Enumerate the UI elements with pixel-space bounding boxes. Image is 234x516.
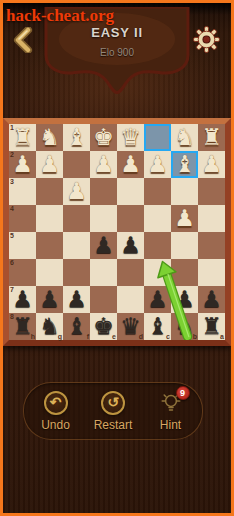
square-d6[interactable]	[117, 259, 144, 286]
hint-button[interactable]: 9 Hint	[145, 391, 197, 432]
chevron-left-icon	[12, 27, 34, 53]
black-pawn-piece: ♟	[117, 232, 144, 259]
control-bar: ↶ Undo ↺ Restart	[23, 382, 203, 440]
square-f1[interactable]: ♝	[63, 124, 90, 151]
white-king-piece: ♚	[90, 124, 117, 151]
file-label-e: e	[112, 333, 116, 340]
app-screen: hack-cheat.org EASY II Elo 900	[0, 0, 234, 516]
square-g1[interactable]: ♞	[36, 124, 63, 151]
undo-button[interactable]: ↶ Undo	[30, 391, 82, 432]
restart-button[interactable]: ↺ Restart	[87, 391, 139, 432]
square-d4[interactable]	[117, 205, 144, 232]
square-f6[interactable]	[63, 259, 90, 286]
square-g2[interactable]: ♟	[36, 151, 63, 178]
square-b5[interactable]	[171, 232, 198, 259]
square-g6[interactable]	[36, 259, 63, 286]
square-c1[interactable]	[144, 124, 171, 151]
square-b4[interactable]: ♟	[171, 205, 198, 232]
file-label-b: b	[193, 333, 197, 340]
square-e1[interactable]: ♚	[90, 124, 117, 151]
square-e6[interactable]	[90, 259, 117, 286]
white-pawn-piece: ♟	[171, 205, 198, 232]
square-d8[interactable]: d♛	[117, 313, 144, 340]
square-b3[interactable]	[171, 178, 198, 205]
chess-board: 1♜♞♝♚♛♞♜2♟♟♟♟♟♝♟3♟4♟5♟♟67♟♟♟♟♟♟8h♜g♞f♝e♚…	[3, 118, 231, 346]
white-pawn-piece: ♟	[63, 178, 90, 205]
white-pawn-piece: ♟	[198, 151, 225, 178]
square-h8[interactable]: 8h♜	[9, 313, 36, 340]
file-label-h: h	[31, 333, 35, 340]
back-button[interactable]	[12, 27, 34, 57]
square-e3[interactable]	[90, 178, 117, 205]
square-h1[interactable]: 1♜	[9, 124, 36, 151]
square-g3[interactable]	[36, 178, 63, 205]
square-f8[interactable]: f♝	[63, 313, 90, 340]
file-label-g: g	[58, 333, 62, 340]
square-f5[interactable]	[63, 232, 90, 259]
square-f4[interactable]	[63, 205, 90, 232]
square-a6[interactable]	[198, 259, 225, 286]
white-bishop-piece: ♝	[171, 151, 198, 178]
black-pawn-piece: ♟	[36, 286, 63, 313]
square-d1[interactable]: ♛	[117, 124, 144, 151]
square-b1[interactable]: ♞	[171, 124, 198, 151]
white-pawn-piece: ♟	[144, 151, 171, 178]
rank-label-5: 5	[10, 232, 14, 239]
square-b6[interactable]	[171, 259, 198, 286]
square-a3[interactable]	[198, 178, 225, 205]
hint-count-badge: 9	[176, 386, 190, 400]
black-pawn-piece: ♟	[198, 286, 225, 313]
white-pawn-piece: ♟	[117, 151, 144, 178]
square-a4[interactable]	[198, 205, 225, 232]
undo-label: Undo	[41, 418, 70, 432]
file-label-f: f	[87, 333, 89, 340]
square-h6[interactable]: 6	[9, 259, 36, 286]
square-b7[interactable]: ♟	[171, 286, 198, 313]
square-d5[interactable]: ♟	[117, 232, 144, 259]
square-f7[interactable]: ♟	[63, 286, 90, 313]
square-g5[interactable]	[36, 232, 63, 259]
square-f2[interactable]	[63, 151, 90, 178]
white-queen-piece: ♛	[117, 124, 144, 151]
white-rook-piece: ♜	[198, 124, 225, 151]
black-pawn-piece: ♟	[171, 286, 198, 313]
rank-label-3: 3	[10, 178, 14, 185]
square-h5[interactable]: 5	[9, 232, 36, 259]
square-c3[interactable]	[144, 178, 171, 205]
white-knight-piece: ♞	[36, 124, 63, 151]
square-c6[interactable]	[144, 259, 171, 286]
watermark-text: hack-cheat.org	[6, 6, 114, 26]
restart-label: Restart	[94, 418, 133, 432]
square-c2[interactable]: ♟	[144, 151, 171, 178]
square-e7[interactable]	[90, 286, 117, 313]
white-pawn-piece: ♟	[36, 151, 63, 178]
settings-button[interactable]	[193, 26, 220, 57]
file-label-a: a	[220, 333, 224, 340]
undo-icon: ↶	[44, 391, 68, 415]
square-a1[interactable]: ♜	[198, 124, 225, 151]
square-c7[interactable]: ♟	[144, 286, 171, 313]
rank-label-6: 6	[10, 259, 14, 266]
square-e8[interactable]: e♚	[90, 313, 117, 340]
hint-label: Hint	[160, 418, 181, 432]
black-pawn-piece: ♟	[63, 286, 90, 313]
square-h7[interactable]: 7♟	[9, 286, 36, 313]
rank-label-8: 8	[10, 313, 14, 320]
rank-label-1: 1	[10, 124, 14, 131]
square-g8[interactable]: g♞	[36, 313, 63, 340]
square-d3[interactable]	[117, 178, 144, 205]
black-pawn-piece: ♟	[144, 286, 171, 313]
square-g4[interactable]	[36, 205, 63, 232]
rank-label-2: 2	[10, 151, 14, 158]
board-grid: 1♜♞♝♚♛♞♜2♟♟♟♟♟♝♟3♟4♟5♟♟67♟♟♟♟♟♟8h♜g♞f♝e♚…	[9, 124, 225, 340]
square-f3[interactable]: ♟	[63, 178, 90, 205]
square-e2[interactable]: ♟	[90, 151, 117, 178]
square-a5[interactable]	[198, 232, 225, 259]
square-a7[interactable]: ♟	[198, 286, 225, 313]
square-c4[interactable]	[144, 205, 171, 232]
square-c8[interactable]: c♝	[144, 313, 171, 340]
black-pawn-piece: ♟	[90, 232, 117, 259]
square-b8[interactable]: b♞	[171, 313, 198, 340]
square-a2[interactable]: ♟	[198, 151, 225, 178]
restart-icon: ↺	[101, 391, 125, 415]
square-h3[interactable]: 3	[9, 178, 36, 205]
square-e5[interactable]: ♟	[90, 232, 117, 259]
rank-label-4: 4	[10, 205, 14, 212]
rank-label-7: 7	[10, 286, 14, 293]
square-d7[interactable]	[117, 286, 144, 313]
square-c5[interactable]	[144, 232, 171, 259]
square-d2[interactable]: ♟	[117, 151, 144, 178]
square-e4[interactable]	[90, 205, 117, 232]
square-b2[interactable]: ♝	[171, 151, 198, 178]
square-g7[interactable]: ♟	[36, 286, 63, 313]
white-pawn-piece: ♟	[90, 151, 117, 178]
file-label-c: c	[166, 333, 170, 340]
gear-icon	[193, 26, 220, 53]
white-bishop-piece: ♝	[63, 124, 90, 151]
square-h2[interactable]: 2♟	[9, 151, 36, 178]
square-a8[interactable]: a♜	[198, 313, 225, 340]
file-label-d: d	[139, 333, 143, 340]
square-h4[interactable]: 4	[9, 205, 36, 232]
white-knight-piece: ♞	[171, 124, 198, 151]
